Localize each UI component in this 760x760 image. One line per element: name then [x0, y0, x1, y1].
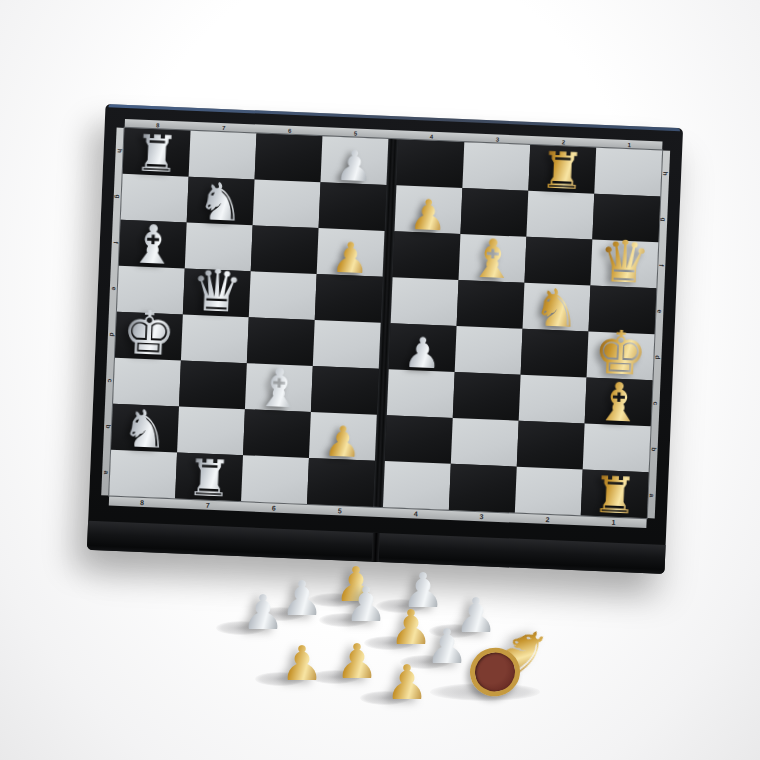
square-f1: ♛ [590, 240, 658, 289]
square-c5 [311, 366, 379, 415]
square-f8: ♝ [119, 220, 187, 269]
piece-silver-king-d8: ♚ [121, 302, 177, 364]
piece-gold-queen-f1: ♛ [597, 232, 651, 292]
square-f5: ♟ [317, 228, 385, 277]
captured-gold-pawn: ♟ [335, 637, 378, 685]
piece-silver-pawn-h5: ♟ [335, 145, 374, 189]
square-h8: ♜ [123, 128, 191, 177]
square-c2 [519, 375, 587, 424]
piece-gold-bishop-c1: ♝ [594, 375, 644, 430]
square-e2: ♞ [523, 283, 591, 332]
square-d4: ♟ [389, 323, 457, 372]
piece-silver-bishop-f8: ♝ [128, 217, 178, 272]
square-c3 [453, 372, 521, 421]
square-a3 [449, 464, 517, 513]
piece-gold-rook-a1: ♜ [591, 470, 638, 522]
file-label-a: a [647, 490, 670, 500]
square-g7: ♞ [187, 177, 255, 226]
square-b2 [517, 421, 585, 470]
piece-gold-bishop-f3: ♝ [468, 231, 518, 286]
square-b5: ♟ [309, 412, 377, 461]
square-a2 [515, 467, 583, 516]
square-h2: ♜ [528, 145, 596, 194]
piece-gold-pawn-f5: ♟ [331, 237, 370, 281]
square-c1: ♝ [585, 377, 653, 426]
square-h1 [594, 148, 662, 197]
square-c6: ♝ [245, 363, 313, 412]
piece-silver-rook-a7: ♜ [186, 453, 233, 505]
piece-gold-knight-e2: ♞ [532, 281, 581, 335]
chessboard: 87654321 87654321 hgfedcba hgfedcba ♜♟♜♞… [87, 104, 683, 574]
piece-silver-knight-g7: ♞ [196, 175, 245, 229]
piece-silver-pawn-d4: ♟ [403, 332, 442, 376]
piece-silver-rook-h8: ♜ [133, 128, 180, 180]
square-a4 [383, 461, 451, 510]
hinge-spacer [388, 130, 398, 139]
square-f3: ♝ [459, 234, 527, 283]
captured-silver-pawn: ♟ [344, 580, 387, 628]
captured-silver-pawn: ♟ [241, 588, 284, 636]
square-g6 [253, 179, 321, 228]
square-h3 [462, 142, 530, 191]
square-e6 [249, 271, 317, 320]
square-e7: ♛ [183, 269, 251, 318]
square-h5: ♟ [321, 136, 389, 185]
captured-silver-pawn: ♟ [280, 574, 323, 622]
piece-gold-rook-h2: ♜ [539, 145, 586, 197]
captured-gold-pawn: ♟ [385, 658, 428, 706]
square-b3 [451, 418, 519, 467]
square-h4 [396, 139, 464, 188]
square-e4 [391, 277, 459, 326]
square-d8: ♚ [115, 312, 183, 361]
board-squares: ♜♟♜♞♟♝♟♝♛♛♞♚♟♚♝♝♞♟♜♜ [109, 128, 662, 518]
file-label-b: b [647, 444, 670, 454]
piece-silver-queen-e7: ♛ [190, 261, 244, 321]
product-photo-scene: 87654321 87654321 hgfedcba hgfedcba ♜♟♜♞… [0, 0, 760, 760]
captured-silver-pawn: ♟ [454, 591, 497, 639]
square-h6 [255, 133, 323, 182]
square-a7: ♜ [175, 452, 243, 501]
square-b8: ♞ [111, 404, 179, 453]
square-b4 [385, 415, 453, 464]
square-a1: ♜ [581, 469, 649, 518]
file-label-h: h [101, 146, 124, 156]
piece-gold-pawn-b5: ♟ [323, 421, 362, 465]
square-d3 [455, 326, 523, 375]
piece-silver-knight-b8: ♞ [121, 402, 170, 456]
piece-silver-bishop-c6: ♝ [254, 361, 304, 416]
square-a6 [241, 455, 309, 504]
square-f6 [251, 225, 319, 274]
square-g4: ♟ [395, 185, 463, 234]
square-c7 [179, 360, 247, 409]
square-d5 [313, 320, 381, 369]
hinge-spacer [373, 507, 383, 517]
piece-gold-pawn-g4: ♟ [409, 194, 448, 238]
captured-gold-pawn: ♟ [280, 639, 323, 687]
